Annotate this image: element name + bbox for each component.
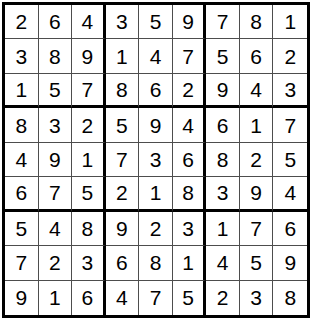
sudoku-cell-r4c6[interactable]: 4 xyxy=(173,108,207,142)
sudoku-board: 2643597813891475621578629438325946174917… xyxy=(2,2,310,318)
sudoku-cell-r5c9[interactable]: 5 xyxy=(273,143,307,177)
sudoku-cell-r5c5[interactable]: 3 xyxy=(139,143,173,177)
sudoku-cell-r9c7[interactable]: 2 xyxy=(206,281,240,315)
sudoku-cell-r2c9[interactable]: 2 xyxy=(273,39,307,73)
sudoku-cell-r6c3[interactable]: 5 xyxy=(72,177,106,211)
sudoku-cell-r9c9[interactable]: 8 xyxy=(273,281,307,315)
sudoku-cell-r1c9[interactable]: 1 xyxy=(273,5,307,39)
sudoku-cell-r6c1[interactable]: 6 xyxy=(5,177,39,211)
sudoku-cell-r3c7[interactable]: 9 xyxy=(206,74,240,108)
sudoku-cell-r1c4[interactable]: 3 xyxy=(106,5,140,39)
sudoku-cell-r8c8[interactable]: 5 xyxy=(240,246,274,280)
sudoku-cell-r2c1[interactable]: 3 xyxy=(5,39,39,73)
sudoku-cell-r1c3[interactable]: 4 xyxy=(72,5,106,39)
sudoku-cell-r7c4[interactable]: 9 xyxy=(106,212,140,246)
sudoku-cell-r9c6[interactable]: 5 xyxy=(173,281,207,315)
sudoku-cell-r6c9[interactable]: 4 xyxy=(273,177,307,211)
sudoku-cell-r3c9[interactable]: 3 xyxy=(273,74,307,108)
sudoku-cell-r4c5[interactable]: 9 xyxy=(139,108,173,142)
sudoku-cell-r6c4[interactable]: 2 xyxy=(106,177,140,211)
sudoku-cell-r8c9[interactable]: 9 xyxy=(273,246,307,280)
sudoku-cell-r1c2[interactable]: 6 xyxy=(39,5,73,39)
sudoku-cell-r3c3[interactable]: 7 xyxy=(72,74,106,108)
sudoku-cell-r8c7[interactable]: 4 xyxy=(206,246,240,280)
sudoku-cell-r5c7[interactable]: 8 xyxy=(206,143,240,177)
sudoku-cell-r2c8[interactable]: 6 xyxy=(240,39,274,73)
sudoku-cell-r1c1[interactable]: 2 xyxy=(5,5,39,39)
sudoku-cell-r5c2[interactable]: 9 xyxy=(39,143,73,177)
sudoku-cell-r5c3[interactable]: 1 xyxy=(72,143,106,177)
sudoku-cell-r8c6[interactable]: 1 xyxy=(173,246,207,280)
sudoku-cell-r3c5[interactable]: 6 xyxy=(139,74,173,108)
sudoku-cell-r1c7[interactable]: 7 xyxy=(206,5,240,39)
sudoku-cell-r8c3[interactable]: 3 xyxy=(72,246,106,280)
sudoku-cell-r2c2[interactable]: 8 xyxy=(39,39,73,73)
sudoku-cell-r6c6[interactable]: 8 xyxy=(173,177,207,211)
sudoku-cell-r7c8[interactable]: 7 xyxy=(240,212,274,246)
sudoku-cell-r3c4[interactable]: 8 xyxy=(106,74,140,108)
sudoku-cell-r3c1[interactable]: 1 xyxy=(5,74,39,108)
sudoku-cell-r5c8[interactable]: 2 xyxy=(240,143,274,177)
sudoku-cell-r8c1[interactable]: 7 xyxy=(5,246,39,280)
sudoku-cell-r3c6[interactable]: 2 xyxy=(173,74,207,108)
sudoku-cell-r7c1[interactable]: 5 xyxy=(5,212,39,246)
sudoku-cell-r8c4[interactable]: 6 xyxy=(106,246,140,280)
sudoku-cell-r7c6[interactable]: 3 xyxy=(173,212,207,246)
sudoku-cell-r2c7[interactable]: 5 xyxy=(206,39,240,73)
sudoku-cell-r4c4[interactable]: 5 xyxy=(106,108,140,142)
sudoku-cell-r8c5[interactable]: 8 xyxy=(139,246,173,280)
sudoku-cell-r6c2[interactable]: 7 xyxy=(39,177,73,211)
sudoku-cell-r7c9[interactable]: 6 xyxy=(273,212,307,246)
sudoku-cell-r6c5[interactable]: 1 xyxy=(139,177,173,211)
sudoku-cell-r2c6[interactable]: 7 xyxy=(173,39,207,73)
sudoku-cell-r6c7[interactable]: 3 xyxy=(206,177,240,211)
sudoku-cell-r4c9[interactable]: 7 xyxy=(273,108,307,142)
sudoku-cell-r9c3[interactable]: 6 xyxy=(72,281,106,315)
sudoku-cell-r2c3[interactable]: 9 xyxy=(72,39,106,73)
sudoku-page: 2643597813891475621578629438325946174917… xyxy=(0,0,312,320)
sudoku-cell-r9c8[interactable]: 3 xyxy=(240,281,274,315)
sudoku-cell-r5c4[interactable]: 7 xyxy=(106,143,140,177)
sudoku-cell-r7c5[interactable]: 2 xyxy=(139,212,173,246)
sudoku-cell-r4c8[interactable]: 1 xyxy=(240,108,274,142)
sudoku-cell-r9c5[interactable]: 7 xyxy=(139,281,173,315)
sudoku-cell-r3c2[interactable]: 5 xyxy=(39,74,73,108)
sudoku-cell-r1c5[interactable]: 5 xyxy=(139,5,173,39)
sudoku-cell-r1c8[interactable]: 8 xyxy=(240,5,274,39)
sudoku-cell-r4c3[interactable]: 2 xyxy=(72,108,106,142)
sudoku-cell-r2c4[interactable]: 1 xyxy=(106,39,140,73)
sudoku-cell-r4c2[interactable]: 3 xyxy=(39,108,73,142)
sudoku-cell-r1c6[interactable]: 9 xyxy=(173,5,207,39)
sudoku-cell-r6c8[interactable]: 9 xyxy=(240,177,274,211)
sudoku-cell-r7c3[interactable]: 8 xyxy=(72,212,106,246)
sudoku-cell-r8c2[interactable]: 2 xyxy=(39,246,73,280)
sudoku-cell-r2c5[interactable]: 4 xyxy=(139,39,173,73)
sudoku-cell-r7c2[interactable]: 4 xyxy=(39,212,73,246)
sudoku-cell-r9c2[interactable]: 1 xyxy=(39,281,73,315)
sudoku-cell-r9c1[interactable]: 9 xyxy=(5,281,39,315)
sudoku-cell-r4c7[interactable]: 6 xyxy=(206,108,240,142)
sudoku-cell-r4c1[interactable]: 8 xyxy=(5,108,39,142)
sudoku-cell-r3c8[interactable]: 4 xyxy=(240,74,274,108)
sudoku-cell-r5c1[interactable]: 4 xyxy=(5,143,39,177)
sudoku-cell-r5c6[interactable]: 6 xyxy=(173,143,207,177)
sudoku-cell-r7c7[interactable]: 1 xyxy=(206,212,240,246)
sudoku-cell-r9c4[interactable]: 4 xyxy=(106,281,140,315)
